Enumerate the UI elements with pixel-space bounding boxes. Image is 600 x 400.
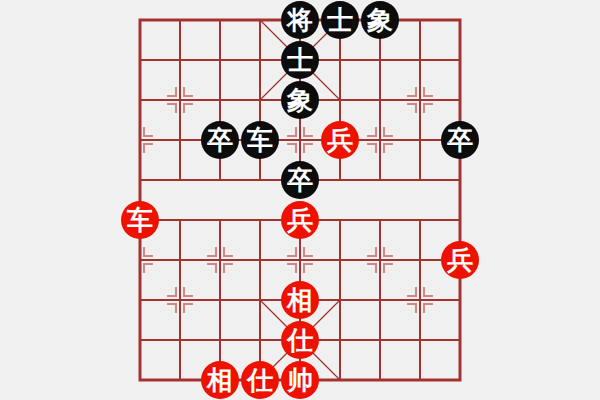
piece-red-soldier[interactable]: 兵 <box>281 201 319 239</box>
piece-black-elephant[interactable]: 象 <box>361 1 399 39</box>
piece-red-chariot[interactable]: 车 <box>121 201 159 239</box>
piece-black-elephant[interactable]: 象 <box>281 81 319 119</box>
piece-black-soldier[interactable]: 卒 <box>281 161 319 199</box>
piece-red-elephant[interactable]: 相 <box>201 361 239 399</box>
xiangqi-board-screen: 将士象士象卒车兵卒卒车兵兵相仕相仕帅 <box>0 0 600 400</box>
piece-black-soldier[interactable]: 卒 <box>441 121 479 159</box>
piece-black-advisor[interactable]: 士 <box>321 1 359 39</box>
piece-red-soldier[interactable]: 兵 <box>441 241 479 279</box>
xiangqi-board[interactable]: 将士象士象卒车兵卒卒车兵兵相仕相仕帅 <box>120 0 480 400</box>
piece-black-general[interactable]: 将 <box>281 1 319 39</box>
piece-red-advisor[interactable]: 仕 <box>281 321 319 359</box>
piece-black-chariot[interactable]: 车 <box>241 121 279 159</box>
piece-red-soldier[interactable]: 兵 <box>321 121 359 159</box>
piece-black-soldier[interactable]: 卒 <box>201 121 239 159</box>
piece-red-general[interactable]: 帅 <box>281 361 319 399</box>
piece-red-elephant[interactable]: 相 <box>281 281 319 319</box>
piece-black-advisor[interactable]: 士 <box>281 41 319 79</box>
piece-red-advisor[interactable]: 仕 <box>241 361 279 399</box>
